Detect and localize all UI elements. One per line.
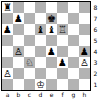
piece-bk-e7: ♚ xyxy=(47,13,56,24)
chess-board: ♜♟♚♟♝♝♖♙♟♟♘♟♙♙♔ xyxy=(2,2,90,90)
square-g7[interactable] xyxy=(68,13,79,24)
square-h5[interactable] xyxy=(79,35,90,46)
square-g4[interactable] xyxy=(68,46,79,57)
square-d6[interactable]: ♝ xyxy=(35,24,46,35)
square-e7[interactable]: ♚ xyxy=(46,13,57,24)
square-f8[interactable] xyxy=(57,2,68,13)
square-g2[interactable] xyxy=(68,68,79,79)
square-d3[interactable] xyxy=(35,57,46,68)
square-c1[interactable] xyxy=(24,79,35,90)
square-c4[interactable] xyxy=(24,46,35,57)
square-c7[interactable] xyxy=(24,13,35,24)
piece-bb-e6: ♝ xyxy=(47,24,56,35)
square-a4[interactable] xyxy=(2,46,13,57)
square-f3[interactable]: ♟ xyxy=(57,57,68,68)
rank-label-5: 5 xyxy=(92,35,99,46)
square-a3[interactable] xyxy=(2,57,13,68)
file-label-b: b xyxy=(13,91,24,99)
square-f1[interactable] xyxy=(57,79,68,90)
file-label-f: f xyxy=(57,91,68,99)
square-a2[interactable]: ♙ xyxy=(2,68,13,79)
square-a6[interactable]: ♟ xyxy=(2,24,13,35)
square-g8[interactable] xyxy=(68,2,79,13)
square-f2[interactable] xyxy=(57,68,68,79)
square-c2[interactable] xyxy=(24,68,35,79)
square-f5[interactable] xyxy=(57,35,68,46)
piece-wp-h3: ♙ xyxy=(80,57,89,68)
piece-bp-h4: ♟ xyxy=(80,46,89,57)
piece-bp-e4: ♟ xyxy=(47,46,56,57)
square-h7[interactable] xyxy=(79,13,90,24)
piece-bp-f3: ♟ xyxy=(58,57,67,68)
square-a1[interactable] xyxy=(2,79,13,90)
square-f6[interactable]: ♖ xyxy=(57,24,68,35)
square-a8[interactable]: ♜ xyxy=(2,2,13,13)
piece-bb-d6: ♝ xyxy=(36,24,45,35)
square-b7[interactable]: ♟ xyxy=(13,13,24,24)
square-e2[interactable] xyxy=(46,68,57,79)
piece-wr-f6: ♖ xyxy=(58,24,67,35)
square-c5[interactable] xyxy=(24,35,35,46)
square-c8[interactable] xyxy=(24,2,35,13)
piece-br-a8: ♜ xyxy=(3,2,12,13)
square-h4[interactable]: ♟ xyxy=(79,46,90,57)
square-b8[interactable] xyxy=(13,2,24,13)
square-b2[interactable] xyxy=(13,68,24,79)
rank-labels: 87654321 xyxy=(92,2,99,90)
square-f7[interactable] xyxy=(57,13,68,24)
square-c6[interactable] xyxy=(24,24,35,35)
square-b6[interactable] xyxy=(13,24,24,35)
piece-bp-a6: ♟ xyxy=(3,24,12,35)
square-h3[interactable]: ♙ xyxy=(79,57,90,68)
rank-label-2: 2 xyxy=(92,68,99,79)
piece-wn-c3: ♘ xyxy=(25,57,34,68)
square-e3[interactable] xyxy=(46,57,57,68)
piece-wk-d1: ♔ xyxy=(36,79,45,90)
rank-label-8: 8 xyxy=(92,2,99,13)
square-d2[interactable] xyxy=(35,68,46,79)
square-h6[interactable] xyxy=(79,24,90,35)
square-g1[interactable] xyxy=(68,79,79,90)
square-a5[interactable] xyxy=(2,35,13,46)
square-c3[interactable]: ♘ xyxy=(24,57,35,68)
square-d8[interactable] xyxy=(35,2,46,13)
rank-label-1: 1 xyxy=(92,79,99,90)
rank-label-4: 4 xyxy=(92,46,99,57)
piece-wp-a2: ♙ xyxy=(3,68,12,79)
piece-bp-b7: ♟ xyxy=(14,13,23,24)
square-b5[interactable] xyxy=(13,35,24,46)
piece-wp-b4: ♙ xyxy=(14,46,23,57)
rank-label-6: 6 xyxy=(92,24,99,35)
square-e1[interactable] xyxy=(46,79,57,90)
square-h8[interactable] xyxy=(79,2,90,13)
square-d5[interactable] xyxy=(35,35,46,46)
square-e8[interactable] xyxy=(46,2,57,13)
square-a7[interactable] xyxy=(2,13,13,24)
square-e5[interactable] xyxy=(46,35,57,46)
file-label-d: d xyxy=(35,91,46,99)
square-b3[interactable] xyxy=(13,57,24,68)
file-label-e: e xyxy=(46,91,57,99)
square-h1[interactable] xyxy=(79,79,90,90)
square-d7[interactable] xyxy=(35,13,46,24)
file-label-a: a xyxy=(2,91,13,99)
square-e6[interactable]: ♝ xyxy=(46,24,57,35)
square-g5[interactable] xyxy=(68,35,79,46)
square-g6[interactable] xyxy=(68,24,79,35)
chess-board-frame: ♜♟♚♟♝♝♖♙♟♟♘♟♙♙♔ xyxy=(1,1,91,91)
square-d1[interactable]: ♔ xyxy=(35,79,46,90)
square-b1[interactable] xyxy=(13,79,24,90)
square-g3[interactable] xyxy=(68,57,79,68)
square-e4[interactable]: ♟ xyxy=(46,46,57,57)
file-label-g: g xyxy=(68,91,79,99)
file-labels: abcdefgh xyxy=(2,91,90,99)
file-label-h: h xyxy=(79,91,90,99)
rank-label-3: 3 xyxy=(92,57,99,68)
file-label-c: c xyxy=(24,91,35,99)
square-d4[interactable] xyxy=(35,46,46,57)
square-b4[interactable]: ♙ xyxy=(13,46,24,57)
rank-label-7: 7 xyxy=(92,13,99,24)
square-f4[interactable] xyxy=(57,46,68,57)
square-h2[interactable] xyxy=(79,68,90,79)
